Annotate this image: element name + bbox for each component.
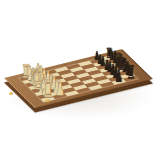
brass-hinge-icon: [9, 92, 13, 95]
chess-set-product-photo: ♜♟♞♟♝♟♛♟♚♟♝♟♟♞♜♟♟♜♞♟♟♝♟♛♟♚♟♝♟♞♟♜: [0, 0, 160, 160]
brass-clasp-icon: [45, 99, 50, 102]
